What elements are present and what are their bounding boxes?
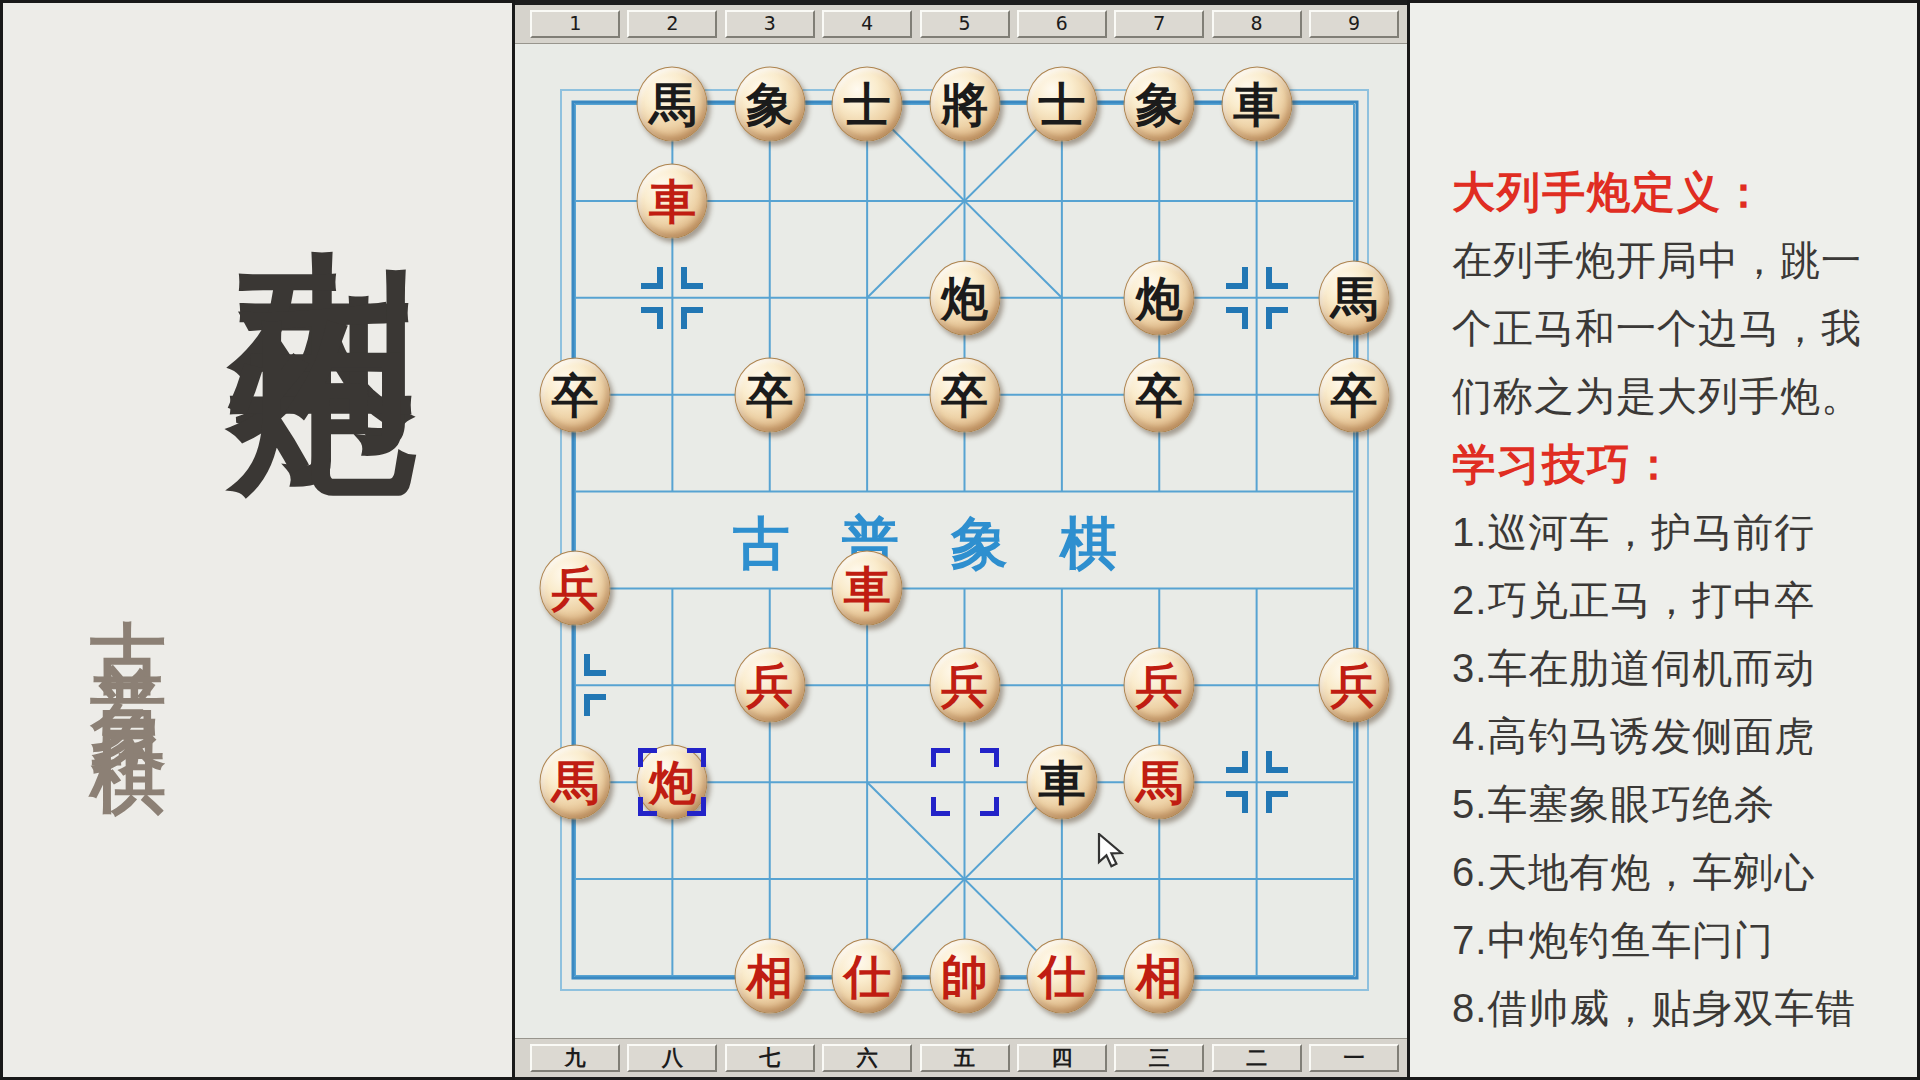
lesson-line: 2.巧兑正马，打中卒: [1452, 566, 1912, 634]
coordinate-label-7: 7: [1114, 10, 1204, 38]
lesson-line: 1.巡河车，护马前行: [1452, 498, 1912, 566]
coordinate-label-六: 六: [822, 1044, 912, 1072]
coordinate-label-一: 一: [1309, 1044, 1399, 1072]
lesson-text-panel: 大列手炮定义：在列手炮开局中，跳一个正马和一个边马，我们称之为是大列手炮。学习技…: [1410, 0, 1920, 1080]
board-panel[interactable]: [512, 0, 1410, 1080]
coordinate-label-2: 2: [627, 10, 717, 38]
left-title-panel: 大列手炮 古普象棋: [0, 0, 512, 1080]
coordinate-label-九: 九: [530, 1044, 620, 1072]
coordinate-label-9: 9: [1309, 10, 1399, 38]
brand-label: 古普象棋: [89, 559, 169, 719]
coordinate-label-5: 5: [920, 10, 1010, 38]
coordinate-label-四: 四: [1017, 1044, 1107, 1072]
lesson-line: 8.借帅威，贴身双车错: [1452, 974, 1912, 1042]
coordinate-label-二: 二: [1212, 1044, 1302, 1072]
lesson-line: 个正马和一个边马，我: [1452, 294, 1912, 362]
lesson-line: 7.中炮钓鱼车闩门: [1452, 906, 1912, 974]
lesson-line: 4.高钓马诱发侧面虎: [1452, 702, 1912, 770]
coordinate-label-4: 4: [822, 10, 912, 38]
coordinate-label-八: 八: [627, 1044, 717, 1072]
lesson-line: 5.车塞象眼巧绝杀: [1452, 770, 1912, 838]
lesson-line: 在列手炮开局中，跳一: [1452, 226, 1912, 294]
lesson-line: 们称之为是大列手炮。: [1452, 362, 1912, 430]
bottom-coordinate-bar: 九八七六五四三二一: [515, 1038, 1407, 1080]
coordinate-label-6: 6: [1017, 10, 1107, 38]
coordinate-label-七: 七: [725, 1044, 815, 1072]
lesson-line: 3.车在肋道伺机而动: [1452, 634, 1912, 702]
section-heading: 学习技巧：: [1452, 430, 1912, 498]
top-coordinate-bar: 123456789: [515, 0, 1407, 44]
lesson-text-lines: 大列手炮定义：在列手炮开局中，跳一个正马和一个边马，我们称之为是大列手炮。学习技…: [1452, 158, 1912, 1042]
coordinate-label-3: 3: [725, 10, 815, 38]
page-title: 大列手炮: [217, 98, 431, 194]
section-heading: 大列手炮定义：: [1452, 158, 1912, 226]
coordinate-label-8: 8: [1212, 10, 1302, 38]
coordinate-label-三: 三: [1114, 1044, 1204, 1072]
coordinate-label-1: 1: [530, 10, 620, 38]
coordinate-label-五: 五: [920, 1044, 1010, 1072]
lesson-line: 6.天地有炮，车剜心: [1452, 838, 1912, 906]
